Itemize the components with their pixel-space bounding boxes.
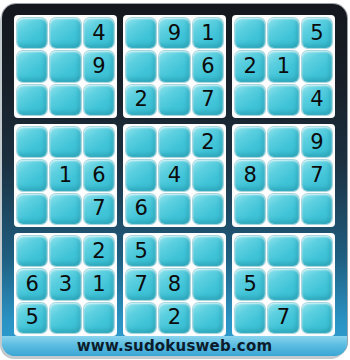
sudoku-cell[interactable]: 3 xyxy=(50,269,80,299)
sudoku-grid: 4991627521416724698726315578257 xyxy=(14,15,335,336)
sudoku-cell[interactable] xyxy=(268,194,298,224)
sudoku-cell[interactable] xyxy=(268,236,298,266)
sudoku-cell[interactable] xyxy=(235,303,265,333)
sudoku-box: 987 xyxy=(232,124,335,227)
sudoku-cell[interactable] xyxy=(302,303,332,333)
given-digit: 8 xyxy=(168,274,181,295)
sudoku-cell[interactable]: 2 xyxy=(126,85,156,115)
page: 4991627521416724698726315578257 www.sudo… xyxy=(0,0,350,360)
sudoku-box: 91627 xyxy=(123,15,226,118)
sudoku-cell[interactable] xyxy=(268,18,298,48)
given-digit: 9 xyxy=(168,23,181,44)
given-digit: 3 xyxy=(59,274,72,295)
sudoku-cell[interactable] xyxy=(235,127,265,157)
given-digit: 2 xyxy=(134,89,147,110)
footer-bar: www.sudokusweb.com xyxy=(2,336,347,356)
sudoku-cell[interactable] xyxy=(193,160,223,190)
sudoku-cell[interactable] xyxy=(193,303,223,333)
sudoku-cell[interactable] xyxy=(302,269,332,299)
given-digit: 1 xyxy=(92,274,105,295)
given-digit: 7 xyxy=(92,198,105,219)
sudoku-box: 26315 xyxy=(14,233,117,336)
sudoku-cell[interactable]: 8 xyxy=(235,160,265,190)
given-digit: 7 xyxy=(201,89,214,110)
sudoku-cell[interactable]: 6 xyxy=(84,160,114,190)
sudoku-cell[interactable] xyxy=(159,127,189,157)
sudoku-cell[interactable] xyxy=(268,127,298,157)
sudoku-cell[interactable]: 7 xyxy=(84,194,114,224)
given-digit: 9 xyxy=(92,56,105,77)
sudoku-cell[interactable]: 7 xyxy=(193,85,223,115)
sudoku-cell[interactable]: 5 xyxy=(302,18,332,48)
given-digit: 5 xyxy=(134,241,147,262)
given-digit: 2 xyxy=(168,307,181,328)
given-digit: 1 xyxy=(277,56,290,77)
sudoku-cell[interactable] xyxy=(50,85,80,115)
sudoku-cell[interactable] xyxy=(17,236,47,266)
sudoku-cell[interactable] xyxy=(17,127,47,157)
sudoku-cell[interactable]: 9 xyxy=(84,51,114,81)
given-digit: 7 xyxy=(134,274,147,295)
sudoku-cell[interactable]: 5 xyxy=(126,236,156,266)
sudoku-box: 167 xyxy=(14,124,117,227)
sudoku-cell[interactable] xyxy=(235,85,265,115)
sudoku-cell[interactable]: 4 xyxy=(159,160,189,190)
sudoku-cell[interactable]: 9 xyxy=(302,127,332,157)
given-digit: 2 xyxy=(201,132,214,153)
sudoku-cell[interactable]: 1 xyxy=(268,51,298,81)
sudoku-cell[interactable] xyxy=(50,236,80,266)
sudoku-cell[interactable] xyxy=(84,85,114,115)
given-digit: 4 xyxy=(310,89,323,110)
sudoku-cell[interactable]: 1 xyxy=(50,160,80,190)
sudoku-cell[interactable]: 2 xyxy=(235,51,265,81)
sudoku-cell[interactable] xyxy=(126,160,156,190)
sudoku-cell[interactable] xyxy=(126,303,156,333)
sudoku-cell[interactable] xyxy=(235,194,265,224)
given-digit: 5 xyxy=(310,23,323,44)
sudoku-cell[interactable]: 5 xyxy=(17,303,47,333)
sudoku-cell[interactable] xyxy=(235,236,265,266)
sudoku-cell[interactable] xyxy=(17,85,47,115)
sudoku-cell[interactable] xyxy=(126,127,156,157)
given-digit: 1 xyxy=(201,23,214,44)
given-digit: 8 xyxy=(243,165,256,186)
sudoku-cell[interactable]: 6 xyxy=(17,269,47,299)
sudoku-cell[interactable]: 2 xyxy=(84,236,114,266)
sudoku-cell[interactable] xyxy=(193,269,223,299)
sudoku-cell[interactable]: 7 xyxy=(268,303,298,333)
sudoku-cell[interactable] xyxy=(17,194,47,224)
sudoku-cell[interactable]: 7 xyxy=(302,160,332,190)
sudoku-cell[interactable] xyxy=(268,160,298,190)
sudoku-cell[interactable] xyxy=(159,236,189,266)
sudoku-cell[interactable]: 2 xyxy=(159,303,189,333)
sudoku-cell[interactable]: 2 xyxy=(193,127,223,157)
sudoku-cell[interactable] xyxy=(50,194,80,224)
sudoku-cell[interactable]: 6 xyxy=(126,194,156,224)
sudoku-cell[interactable]: 4 xyxy=(302,85,332,115)
sudoku-cell[interactable]: 8 xyxy=(159,269,189,299)
sudoku-cell[interactable]: 1 xyxy=(84,269,114,299)
sudoku-cell[interactable] xyxy=(159,85,189,115)
sudoku-box: 49 xyxy=(14,15,117,118)
given-digit: 9 xyxy=(310,132,323,153)
sudoku-cell[interactable] xyxy=(302,194,332,224)
given-digit: 6 xyxy=(134,198,147,219)
sudoku-cell[interactable] xyxy=(50,51,80,81)
sudoku-cell[interactable] xyxy=(84,303,114,333)
sudoku-cell[interactable] xyxy=(235,18,265,48)
sudoku-cell[interactable] xyxy=(50,303,80,333)
sudoku-box: 57 xyxy=(232,233,335,336)
given-digit: 7 xyxy=(310,165,323,186)
sudoku-cell[interactable] xyxy=(84,127,114,157)
sudoku-cell[interactable] xyxy=(17,160,47,190)
sudoku-cell[interactable]: 4 xyxy=(84,18,114,48)
given-digit: 6 xyxy=(201,56,214,77)
sudoku-box: 5782 xyxy=(123,233,226,336)
website-link[interactable]: www.sudokusweb.com xyxy=(77,337,272,355)
sudoku-box: 5214 xyxy=(232,15,335,118)
sudoku-cell[interactable] xyxy=(302,236,332,266)
sudoku-cell[interactable] xyxy=(193,194,223,224)
given-digit: 2 xyxy=(243,56,256,77)
sudoku-box: 246 xyxy=(123,124,226,227)
sudoku-cell[interactable]: 5 xyxy=(235,269,265,299)
given-digit: 1 xyxy=(59,165,72,186)
sudoku-cell[interactable] xyxy=(159,51,189,81)
sudoku-board: 4991627521416724698726315578257 www.sudo… xyxy=(2,4,347,356)
sudoku-cell[interactable]: 6 xyxy=(193,51,223,81)
sudoku-cell[interactable]: 1 xyxy=(193,18,223,48)
given-digit: 4 xyxy=(168,165,181,186)
given-digit: 4 xyxy=(92,23,105,44)
given-digit: 6 xyxy=(25,274,38,295)
given-digit: 5 xyxy=(243,274,256,295)
sudoku-cell[interactable] xyxy=(50,18,80,48)
sudoku-cell[interactable] xyxy=(159,194,189,224)
sudoku-cell[interactable] xyxy=(17,18,47,48)
sudoku-cell[interactable] xyxy=(302,51,332,81)
sudoku-cell[interactable] xyxy=(268,85,298,115)
sudoku-cell[interactable] xyxy=(126,18,156,48)
given-digit: 2 xyxy=(92,241,105,262)
sudoku-cell[interactable] xyxy=(126,51,156,81)
sudoku-cell[interactable] xyxy=(17,51,47,81)
sudoku-cell[interactable]: 9 xyxy=(159,18,189,48)
given-digit: 5 xyxy=(25,307,38,328)
given-digit: 6 xyxy=(92,165,105,186)
sudoku-cell[interactable] xyxy=(50,127,80,157)
sudoku-cell[interactable] xyxy=(268,269,298,299)
sudoku-cell[interactable] xyxy=(193,236,223,266)
given-digit: 7 xyxy=(277,307,290,328)
sudoku-cell[interactable]: 7 xyxy=(126,269,156,299)
